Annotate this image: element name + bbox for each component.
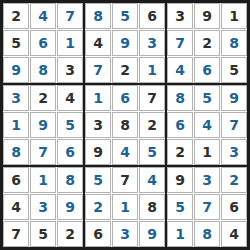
cell-r4c4[interactable]: 1 — [85, 85, 111, 111]
box-4: 324195876 — [3, 85, 83, 165]
cell-r1c6[interactable]: 6 — [139, 3, 165, 29]
cell-r3c1[interactable]: 9 — [3, 57, 29, 83]
cell-r2c1[interactable]: 5 — [3, 30, 29, 56]
cell-r8c3[interactable]: 9 — [57, 194, 83, 220]
cell-r8c4[interactable]: 2 — [85, 194, 111, 220]
cell-r4c6[interactable]: 7 — [139, 85, 165, 111]
cell-r4c1[interactable]: 3 — [3, 85, 29, 111]
cell-r8c1[interactable]: 4 — [3, 194, 29, 220]
cell-r8c7[interactable]: 5 — [167, 194, 193, 220]
cell-r9c3[interactable]: 2 — [57, 221, 83, 247]
cell-r7c8[interactable]: 3 — [194, 167, 220, 193]
cell-r9c7[interactable]: 1 — [167, 221, 193, 247]
cell-r6c5[interactable]: 4 — [112, 139, 138, 165]
box-2: 856493721 — [85, 3, 165, 83]
cell-r3c3[interactable]: 3 — [57, 57, 83, 83]
cell-r3c5[interactable]: 2 — [112, 57, 138, 83]
box-1: 247561983 — [3, 3, 83, 83]
cell-r3c8[interactable]: 6 — [194, 57, 220, 83]
cell-r7c9[interactable]: 2 — [221, 167, 247, 193]
cell-r8c6[interactable]: 8 — [139, 194, 165, 220]
cell-r1c4[interactable]: 8 — [85, 3, 111, 29]
cell-r3c2[interactable]: 8 — [30, 57, 56, 83]
cell-r2c7[interactable]: 7 — [167, 30, 193, 56]
cell-r2c8[interactable]: 2 — [194, 30, 220, 56]
cell-r3c9[interactable]: 5 — [221, 57, 247, 83]
cell-r6c9[interactable]: 3 — [221, 139, 247, 165]
cell-r5c5[interactable]: 8 — [112, 112, 138, 138]
cell-r2c5[interactable]: 9 — [112, 30, 138, 56]
cell-r7c1[interactable]: 6 — [3, 167, 29, 193]
box-5: 167382945 — [85, 85, 165, 165]
cell-r6c8[interactable]: 1 — [194, 139, 220, 165]
cell-r1c2[interactable]: 4 — [30, 3, 56, 29]
cell-r3c6[interactable]: 1 — [139, 57, 165, 83]
cell-r9c9[interactable]: 4 — [221, 221, 247, 247]
cell-r3c7[interactable]: 4 — [167, 57, 193, 83]
cell-r5c6[interactable]: 2 — [139, 112, 165, 138]
cell-r5c1[interactable]: 1 — [3, 112, 29, 138]
cell-r1c5[interactable]: 5 — [112, 3, 138, 29]
cell-r7c2[interactable]: 1 — [30, 167, 56, 193]
box-7: 618439752 — [3, 167, 83, 247]
cell-r4c5[interactable]: 6 — [112, 85, 138, 111]
sudoku-app: 2475619838564937213917284653241958761673… — [0, 0, 250, 250]
sudoku-board: 2475619838564937213917284653241958761673… — [0, 0, 250, 250]
box-3: 391728465 — [167, 3, 247, 83]
cell-r1c9[interactable]: 1 — [221, 3, 247, 29]
cell-r8c5[interactable]: 1 — [112, 194, 138, 220]
cell-r8c2[interactable]: 3 — [30, 194, 56, 220]
cell-r5c3[interactable]: 5 — [57, 112, 83, 138]
cell-r9c5[interactable]: 3 — [112, 221, 138, 247]
box-9: 932576184 — [167, 167, 247, 247]
cell-r9c1[interactable]: 7 — [3, 221, 29, 247]
cell-r6c2[interactable]: 7 — [30, 139, 56, 165]
cell-r7c5[interactable]: 7 — [112, 167, 138, 193]
cell-r1c7[interactable]: 3 — [167, 3, 193, 29]
cell-r5c2[interactable]: 9 — [30, 112, 56, 138]
cell-r1c1[interactable]: 2 — [3, 3, 29, 29]
cell-r4c8[interactable]: 5 — [194, 85, 220, 111]
cell-r4c7[interactable]: 8 — [167, 85, 193, 111]
cell-r2c3[interactable]: 1 — [57, 30, 83, 56]
cell-r6c6[interactable]: 5 — [139, 139, 165, 165]
cell-r9c2[interactable]: 5 — [30, 221, 56, 247]
cell-r9c4[interactable]: 6 — [85, 221, 111, 247]
cell-r7c4[interactable]: 5 — [85, 167, 111, 193]
cell-r8c9[interactable]: 6 — [221, 194, 247, 220]
cell-r5c7[interactable]: 6 — [167, 112, 193, 138]
cell-r1c8[interactable]: 9 — [194, 3, 220, 29]
cell-r6c4[interactable]: 9 — [85, 139, 111, 165]
cell-r5c8[interactable]: 4 — [194, 112, 220, 138]
cell-r4c2[interactable]: 2 — [30, 85, 56, 111]
cell-r6c3[interactable]: 6 — [57, 139, 83, 165]
cell-r2c4[interactable]: 4 — [85, 30, 111, 56]
cell-r2c9[interactable]: 8 — [221, 30, 247, 56]
cell-r3c4[interactable]: 7 — [85, 57, 111, 83]
cell-r4c9[interactable]: 9 — [221, 85, 247, 111]
cell-r9c8[interactable]: 8 — [194, 221, 220, 247]
cell-r7c3[interactable]: 8 — [57, 167, 83, 193]
cell-r7c7[interactable]: 9 — [167, 167, 193, 193]
cell-r8c8[interactable]: 7 — [194, 194, 220, 220]
cell-r9c6[interactable]: 9 — [139, 221, 165, 247]
cell-r5c9[interactable]: 7 — [221, 112, 247, 138]
box-8: 574218639 — [85, 167, 165, 247]
cell-r6c1[interactable]: 8 — [3, 139, 29, 165]
box-6: 859647213 — [167, 85, 247, 165]
cell-r1c3[interactable]: 7 — [57, 3, 83, 29]
cell-r2c2[interactable]: 6 — [30, 30, 56, 56]
cell-r5c4[interactable]: 3 — [85, 112, 111, 138]
cell-r4c3[interactable]: 4 — [57, 85, 83, 111]
cell-r7c6[interactable]: 4 — [139, 167, 165, 193]
cell-r2c6[interactable]: 3 — [139, 30, 165, 56]
cell-r6c7[interactable]: 2 — [167, 139, 193, 165]
